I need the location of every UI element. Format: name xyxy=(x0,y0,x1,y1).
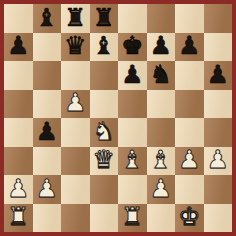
piece-black-rook-d8: ♜ xyxy=(93,5,115,30)
piece-white-pawn-c5: ♟ xyxy=(64,90,86,115)
chess-board: ♝♜♜♟♛♝♚♟♟♟♞♟♟♟♞♛♝♝♟♟♟♟♟♜♜♚ xyxy=(4,4,232,232)
square-b8[interactable]: ♝ xyxy=(33,4,62,33)
square-h7[interactable] xyxy=(204,33,233,62)
square-f8[interactable] xyxy=(147,4,176,33)
square-a3[interactable] xyxy=(4,147,33,176)
piece-white-knight-d4: ♞ xyxy=(93,119,115,144)
square-g8[interactable] xyxy=(175,4,204,33)
piece-white-pawn-h3: ♟ xyxy=(207,147,229,172)
piece-black-knight-f6: ♞ xyxy=(150,62,172,87)
square-c3[interactable] xyxy=(61,147,90,176)
board-frame: ♝♜♜♟♛♝♚♟♟♟♞♟♟♟♞♛♝♝♟♟♟♟♟♜♜♚ xyxy=(0,0,236,236)
square-a7[interactable]: ♟ xyxy=(4,33,33,62)
piece-black-bishop-d7: ♝ xyxy=(93,33,115,58)
square-d7[interactable]: ♝ xyxy=(90,33,119,62)
square-g7[interactable]: ♟ xyxy=(175,33,204,62)
square-c1[interactable] xyxy=(61,204,90,233)
square-a1[interactable]: ♜ xyxy=(4,204,33,233)
square-c4[interactable] xyxy=(61,118,90,147)
square-b6[interactable] xyxy=(33,61,62,90)
square-h3[interactable]: ♟ xyxy=(204,147,233,176)
square-d8[interactable]: ♜ xyxy=(90,4,119,33)
piece-black-pawn-g7: ♟ xyxy=(178,33,200,58)
square-a6[interactable] xyxy=(4,61,33,90)
piece-black-pawn-h6: ♟ xyxy=(207,62,229,87)
square-b7[interactable] xyxy=(33,33,62,62)
square-d5[interactable] xyxy=(90,90,119,119)
square-b1[interactable] xyxy=(33,204,62,233)
square-f4[interactable] xyxy=(147,118,176,147)
piece-black-pawn-a7: ♟ xyxy=(7,33,29,58)
square-e7[interactable]: ♚ xyxy=(118,33,147,62)
piece-white-bishop-e3: ♝ xyxy=(121,147,143,172)
square-d4[interactable]: ♞ xyxy=(90,118,119,147)
square-g4[interactable] xyxy=(175,118,204,147)
square-g3[interactable]: ♟ xyxy=(175,147,204,176)
square-g2[interactable] xyxy=(175,175,204,204)
square-g1[interactable]: ♚ xyxy=(175,204,204,233)
square-c2[interactable] xyxy=(61,175,90,204)
square-h6[interactable]: ♟ xyxy=(204,61,233,90)
square-a4[interactable] xyxy=(4,118,33,147)
square-f7[interactable]: ♟ xyxy=(147,33,176,62)
square-a5[interactable] xyxy=(4,90,33,119)
square-f2[interactable]: ♟ xyxy=(147,175,176,204)
square-b5[interactable] xyxy=(33,90,62,119)
piece-white-bishop-f3: ♝ xyxy=(150,147,172,172)
square-h2[interactable] xyxy=(204,175,233,204)
square-e1[interactable]: ♜ xyxy=(118,204,147,233)
piece-white-rook-e1: ♜ xyxy=(121,204,143,229)
piece-white-queen-d3: ♛ xyxy=(93,147,115,172)
square-c7[interactable]: ♛ xyxy=(61,33,90,62)
piece-white-pawn-g3: ♟ xyxy=(178,147,200,172)
square-a8[interactable] xyxy=(4,4,33,33)
square-b4[interactable]: ♟ xyxy=(33,118,62,147)
square-d1[interactable] xyxy=(90,204,119,233)
piece-white-king-g1: ♚ xyxy=(178,204,200,229)
square-h8[interactable] xyxy=(204,4,233,33)
square-e3[interactable]: ♝ xyxy=(118,147,147,176)
piece-black-bishop-b8: ♝ xyxy=(36,5,58,30)
square-c8[interactable]: ♜ xyxy=(61,4,90,33)
piece-white-pawn-b2: ♟ xyxy=(36,176,58,201)
piece-black-king-e7: ♚ xyxy=(121,33,143,58)
square-f5[interactable] xyxy=(147,90,176,119)
square-h1[interactable] xyxy=(204,204,233,233)
square-f6[interactable]: ♞ xyxy=(147,61,176,90)
square-e6[interactable]: ♟ xyxy=(118,61,147,90)
square-h5[interactable] xyxy=(204,90,233,119)
square-e4[interactable] xyxy=(118,118,147,147)
piece-white-rook-a1: ♜ xyxy=(7,204,29,229)
square-c5[interactable]: ♟ xyxy=(61,90,90,119)
square-b2[interactable]: ♟ xyxy=(33,175,62,204)
square-h4[interactable] xyxy=(204,118,233,147)
square-f3[interactable]: ♝ xyxy=(147,147,176,176)
square-c6[interactable] xyxy=(61,61,90,90)
square-e5[interactable] xyxy=(118,90,147,119)
square-g5[interactable] xyxy=(175,90,204,119)
square-d2[interactable] xyxy=(90,175,119,204)
square-f1[interactable] xyxy=(147,204,176,233)
square-d3[interactable]: ♛ xyxy=(90,147,119,176)
square-a2[interactable]: ♟ xyxy=(4,175,33,204)
piece-black-pawn-e6: ♟ xyxy=(121,62,143,87)
square-d6[interactable] xyxy=(90,61,119,90)
piece-black-pawn-b4: ♟ xyxy=(36,119,58,144)
square-b3[interactable] xyxy=(33,147,62,176)
piece-black-pawn-f7: ♟ xyxy=(150,33,172,58)
piece-white-pawn-a2: ♟ xyxy=(7,176,29,201)
square-g6[interactable] xyxy=(175,61,204,90)
square-e2[interactable] xyxy=(118,175,147,204)
piece-black-queen-c7: ♛ xyxy=(64,33,86,58)
piece-white-pawn-f2: ♟ xyxy=(150,176,172,201)
piece-black-rook-c8: ♜ xyxy=(64,5,86,30)
square-e8[interactable] xyxy=(118,4,147,33)
